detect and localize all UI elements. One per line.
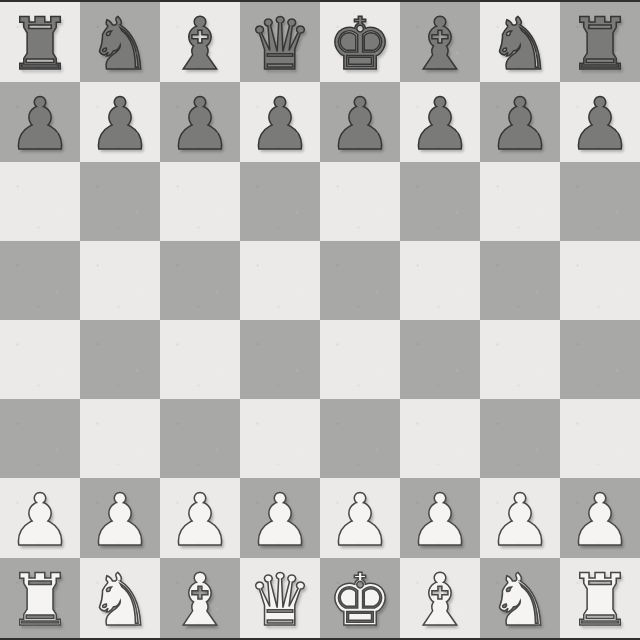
square-g4[interactable] [480, 320, 560, 399]
square-g8[interactable]: ♞ [480, 2, 560, 82]
square-c7[interactable]: ♟ [160, 82, 240, 162]
piece-black-bishop-f8[interactable]: ♝ [408, 4, 473, 84]
piece-black-pawn-d7[interactable]: ♟ [248, 84, 313, 164]
square-g5[interactable] [480, 241, 560, 320]
square-f1[interactable]: ♝ [400, 558, 480, 638]
square-d2[interactable]: ♟ [240, 478, 320, 558]
square-c4[interactable] [160, 320, 240, 399]
square-b2[interactable]: ♟ [80, 478, 160, 558]
square-a5[interactable] [0, 241, 80, 320]
piece-white-pawn-e2[interactable]: ♟ [328, 480, 393, 560]
square-e3[interactable] [320, 399, 400, 478]
square-h7[interactable]: ♟ [560, 82, 640, 162]
square-b6[interactable] [80, 162, 160, 241]
square-h4[interactable] [560, 320, 640, 399]
square-a4[interactable] [0, 320, 80, 399]
piece-black-pawn-h7[interactable]: ♟ [568, 84, 633, 164]
square-g3[interactable] [480, 399, 560, 478]
square-b8[interactable]: ♞ [80, 2, 160, 82]
piece-white-pawn-d2[interactable]: ♟ [248, 480, 313, 560]
piece-black-pawn-g7[interactable]: ♟ [488, 84, 553, 164]
piece-white-pawn-g2[interactable]: ♟ [488, 480, 553, 560]
square-a8[interactable]: ♜ [0, 2, 80, 82]
square-c5[interactable] [160, 241, 240, 320]
square-b4[interactable] [80, 320, 160, 399]
square-g7[interactable]: ♟ [480, 82, 560, 162]
square-d6[interactable] [240, 162, 320, 241]
piece-white-bishop-c1[interactable]: ♝ [168, 560, 233, 640]
piece-black-pawn-c7[interactable]: ♟ [168, 84, 233, 164]
square-e4[interactable] [320, 320, 400, 399]
chess-board: ♜♞♝♛♚♝♞♜♟♟♟♟♟♟♟♟♟♟♟♟♟♟♟♟♜♞♝♛♚♝♞♜ [0, 0, 640, 640]
square-b7[interactable]: ♟ [80, 82, 160, 162]
square-f4[interactable] [400, 320, 480, 399]
square-g1[interactable]: ♞ [480, 558, 560, 638]
square-h3[interactable] [560, 399, 640, 478]
piece-black-queen-d8[interactable]: ♛ [248, 4, 313, 84]
square-d7[interactable]: ♟ [240, 82, 320, 162]
square-a1[interactable]: ♜ [0, 558, 80, 638]
square-e2[interactable]: ♟ [320, 478, 400, 558]
square-c3[interactable] [160, 399, 240, 478]
square-f2[interactable]: ♟ [400, 478, 480, 558]
square-b3[interactable] [80, 399, 160, 478]
square-h6[interactable] [560, 162, 640, 241]
square-e5[interactable] [320, 241, 400, 320]
piece-white-pawn-a2[interactable]: ♟ [8, 480, 73, 560]
piece-white-pawn-c2[interactable]: ♟ [168, 480, 233, 560]
square-c1[interactable]: ♝ [160, 558, 240, 638]
piece-white-pawn-h2[interactable]: ♟ [568, 480, 633, 560]
piece-black-king-e8[interactable]: ♚ [328, 4, 393, 84]
piece-white-pawn-f2[interactable]: ♟ [408, 480, 473, 560]
piece-white-rook-h1[interactable]: ♜ [568, 560, 633, 640]
piece-black-pawn-f7[interactable]: ♟ [408, 84, 473, 164]
square-f8[interactable]: ♝ [400, 2, 480, 82]
square-e8[interactable]: ♚ [320, 2, 400, 82]
square-c6[interactable] [160, 162, 240, 241]
piece-white-king-e1[interactable]: ♚ [328, 560, 393, 640]
piece-white-bishop-f1[interactable]: ♝ [408, 560, 473, 640]
piece-black-rook-h8[interactable]: ♜ [568, 4, 633, 84]
square-e6[interactable] [320, 162, 400, 241]
square-b5[interactable] [80, 241, 160, 320]
square-f6[interactable] [400, 162, 480, 241]
square-d3[interactable] [240, 399, 320, 478]
square-h5[interactable] [560, 241, 640, 320]
chess-board-wrap: ♜♞♝♛♚♝♞♜♟♟♟♟♟♟♟♟♟♟♟♟♟♟♟♟♜♞♝♛♚♝♞♜ [0, 0, 640, 640]
square-d4[interactable] [240, 320, 320, 399]
square-b1[interactable]: ♞ [80, 558, 160, 638]
piece-black-pawn-b7[interactable]: ♟ [88, 84, 153, 164]
square-f7[interactable]: ♟ [400, 82, 480, 162]
square-h1[interactable]: ♜ [560, 558, 640, 638]
square-c8[interactable]: ♝ [160, 2, 240, 82]
square-e7[interactable]: ♟ [320, 82, 400, 162]
square-h8[interactable]: ♜ [560, 2, 640, 82]
piece-black-rook-a8[interactable]: ♜ [8, 4, 73, 84]
piece-white-queen-d1[interactable]: ♛ [248, 560, 313, 640]
piece-white-pawn-b2[interactable]: ♟ [88, 480, 153, 560]
piece-white-rook-a1[interactable]: ♜ [8, 560, 73, 640]
piece-black-knight-g8[interactable]: ♞ [488, 4, 553, 84]
piece-black-bishop-c8[interactable]: ♝ [168, 4, 233, 84]
square-a6[interactable] [0, 162, 80, 241]
square-a7[interactable]: ♟ [0, 82, 80, 162]
square-g6[interactable] [480, 162, 560, 241]
piece-black-pawn-e7[interactable]: ♟ [328, 84, 393, 164]
square-g2[interactable]: ♟ [480, 478, 560, 558]
piece-black-pawn-a7[interactable]: ♟ [8, 84, 73, 164]
square-d5[interactable] [240, 241, 320, 320]
square-e1[interactable]: ♚ [320, 558, 400, 638]
piece-white-knight-b1[interactable]: ♞ [88, 560, 153, 640]
piece-black-knight-b8[interactable]: ♞ [88, 4, 153, 84]
square-f5[interactable] [400, 241, 480, 320]
square-c2[interactable]: ♟ [160, 478, 240, 558]
square-h2[interactable]: ♟ [560, 478, 640, 558]
piece-white-knight-g1[interactable]: ♞ [488, 560, 553, 640]
square-d8[interactable]: ♛ [240, 2, 320, 82]
square-a2[interactable]: ♟ [0, 478, 80, 558]
square-a3[interactable] [0, 399, 80, 478]
square-d1[interactable]: ♛ [240, 558, 320, 638]
square-f3[interactable] [400, 399, 480, 478]
